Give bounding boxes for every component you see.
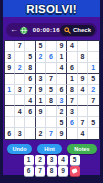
given-digit: 7 xyxy=(70,97,74,104)
cell-r8c8[interactable]: 7 xyxy=(78,117,88,128)
cell-r3c3[interactable]: 8 xyxy=(25,63,35,74)
cell-r9c7[interactable] xyxy=(67,128,77,139)
magnifier-icon xyxy=(64,27,71,34)
cell-r8c5[interactable] xyxy=(46,117,56,128)
action-buttons: Undo Hint Notes xyxy=(3,144,100,154)
given-digit: 3 xyxy=(7,53,11,60)
cell-r9c8[interactable]: 4 xyxy=(78,128,88,139)
given-digit: 4 xyxy=(70,42,74,49)
cell-r7c9[interactable] xyxy=(88,106,98,117)
given-digit: 9 xyxy=(80,75,84,82)
given-digit: 6 xyxy=(59,86,63,93)
cell-r1c9[interactable] xyxy=(88,41,98,52)
given-digit: 1 xyxy=(59,53,63,60)
user-digit: 2 xyxy=(91,86,95,93)
user-digit: 7 xyxy=(49,130,53,137)
given-digit: 1 xyxy=(70,75,74,82)
cell-r8c3[interactable] xyxy=(25,117,35,128)
key-8[interactable]: 8 xyxy=(47,166,57,176)
given-digit: 8 xyxy=(80,53,84,60)
given-digit: 5 xyxy=(59,119,63,126)
notes-button[interactable]: Notes xyxy=(67,144,97,154)
given-digit: 9 xyxy=(39,86,43,93)
cell-r7c3[interactable]: 6 xyxy=(25,106,35,117)
cell-r4c2[interactable] xyxy=(15,74,25,85)
check-button[interactable]: Check xyxy=(60,25,95,36)
cell-r8c7[interactable]: 6 xyxy=(67,117,77,128)
cell-r9c1[interactable]: 6 xyxy=(5,128,15,139)
cell-r6c7[interactable]: 7 xyxy=(67,95,77,106)
cell-r7c4[interactable]: 9 xyxy=(36,106,46,117)
cell-r4c7[interactable]: 1 xyxy=(67,74,77,85)
hint-button[interactable]: Hint xyxy=(37,144,62,154)
cell-r5c7[interactable]: 8 xyxy=(67,85,77,96)
cell-r3c9[interactable]: 1 xyxy=(88,63,98,74)
given-digit: 5 xyxy=(39,42,43,49)
cell-r1c5[interactable] xyxy=(46,41,56,52)
cell-r9c5[interactable]: 7 xyxy=(46,128,56,139)
cell-r6c2[interactable] xyxy=(15,95,25,106)
cell-r3c6[interactable]: 4 xyxy=(57,63,67,74)
cell-r3c7[interactable]: 6 xyxy=(67,63,77,74)
cell-r1c4[interactable]: 5 xyxy=(36,41,46,52)
given-digit: 9 xyxy=(7,64,11,71)
cell-r7c5[interactable] xyxy=(46,106,56,117)
cell-r6c8[interactable] xyxy=(78,95,88,106)
app-screen: RISOLVI! ← 00:00:16 Check 75943526189284… xyxy=(0,0,103,183)
given-digit: 8 xyxy=(28,64,32,71)
cell-r1c1[interactable] xyxy=(5,41,15,52)
cell-r4c6[interactable] xyxy=(57,74,67,85)
header-bar: ← 00:00:16 Check xyxy=(6,23,97,37)
cell-r1c2[interactable]: 7 xyxy=(15,41,25,52)
given-digit: 6 xyxy=(28,108,32,115)
given-digit: 9 xyxy=(59,130,63,137)
globe-icon[interactable] xyxy=(20,25,28,36)
cell-r9c9[interactable] xyxy=(88,128,98,139)
cell-r3c2[interactable]: 2 xyxy=(15,63,25,74)
given-digit: 7 xyxy=(80,119,84,126)
cell-r3c4[interactable] xyxy=(36,63,46,74)
user-digit: 3 xyxy=(59,97,63,104)
cell-r2c5[interactable]: 6 xyxy=(46,52,56,63)
cell-r6c5[interactable]: 8 xyxy=(46,95,56,106)
cell-r4c5[interactable]: 7 xyxy=(46,74,56,85)
given-digit: 2 xyxy=(39,130,43,137)
cell-r3c1[interactable]: 9 xyxy=(5,63,15,74)
cell-r2c3[interactable]: 5 xyxy=(25,52,35,63)
note-digit: 1 xyxy=(57,107,59,109)
given-digit: 7 xyxy=(49,75,53,82)
user-digit: 6 xyxy=(70,119,74,126)
cell-r2c7[interactable] xyxy=(67,52,77,63)
given-digit: 6 xyxy=(28,75,32,82)
cell-r1c7[interactable]: 4 xyxy=(67,41,77,52)
given-digit: 5 xyxy=(49,86,53,93)
given-digit: 7 xyxy=(28,86,32,93)
given-digit: 9 xyxy=(59,42,63,49)
cell-r3c8[interactable] xyxy=(78,63,88,74)
key-9[interactable]: 9 xyxy=(58,166,68,176)
cell-r8c6[interactable]: 5 xyxy=(57,117,67,128)
user-digit: 1 xyxy=(91,64,95,71)
cell-r8c9[interactable]: 5 xyxy=(88,117,98,128)
keypad-row-2: 6789 xyxy=(3,166,100,176)
given-digit: 4 xyxy=(80,130,84,137)
eraser-icon xyxy=(72,169,78,174)
cell-r5c4[interactable]: 9 xyxy=(36,85,46,96)
cell-r9c4[interactable]: 2 xyxy=(36,128,46,139)
cell-r5c3[interactable]: 7 xyxy=(25,85,35,96)
cell-r4c4[interactable]: 3 xyxy=(36,74,46,85)
key-2[interactable]: 2 xyxy=(35,155,45,165)
content-area: ← 00:00:16 Check 75943526189284616371951… xyxy=(3,17,100,175)
given-digit: 6 xyxy=(7,130,11,137)
given-digit: 8 xyxy=(70,86,74,93)
key-5[interactable]: 5 xyxy=(70,155,80,165)
back-button[interactable]: ← xyxy=(10,23,18,37)
cell-r8c4[interactable] xyxy=(36,117,46,128)
cell-r4c8[interactable]: 9 xyxy=(78,74,88,85)
given-digit: 9 xyxy=(39,108,43,115)
page-title: RISOLVI! xyxy=(26,3,77,15)
cell-r8c2[interactable] xyxy=(15,117,25,128)
check-button-label: Check xyxy=(73,27,91,33)
key-7[interactable]: 7 xyxy=(35,166,45,176)
given-digit: 4 xyxy=(59,64,63,71)
user-digit: 6 xyxy=(49,53,53,60)
key-6[interactable]: 6 xyxy=(24,166,34,176)
cell-r2c2[interactable] xyxy=(15,52,25,63)
cell-r7c7[interactable]: 3 xyxy=(67,106,77,117)
timer: 00:00:16 xyxy=(33,27,60,33)
cell-r5c9[interactable]: 2 xyxy=(88,85,98,96)
cell-r7c2[interactable]: 4 xyxy=(15,106,25,117)
cell-r8c1[interactable] xyxy=(5,117,15,128)
given-digit: 3 xyxy=(18,130,22,137)
undo-button[interactable]: Undo xyxy=(7,144,32,154)
given-digit: 3 xyxy=(39,75,43,82)
given-digit: 5 xyxy=(28,53,32,60)
cell-r2c9[interactable] xyxy=(88,52,98,63)
user-digit: 1 xyxy=(7,86,11,93)
user-digit: 2 xyxy=(39,53,43,60)
note-digit: 5 xyxy=(60,110,62,112)
given-digit: 1 xyxy=(39,97,43,104)
cell-r5c2[interactable]: 3 xyxy=(15,85,25,96)
cell-r4c1[interactable] xyxy=(5,74,15,85)
key-1[interactable]: 1 xyxy=(24,155,34,165)
given-digit: 5 xyxy=(91,75,95,82)
cell-r5c8[interactable]: 4 xyxy=(78,85,88,96)
given-digit: 5 xyxy=(91,119,95,126)
cell-r1c3[interactable] xyxy=(25,41,35,52)
cell-r6c9[interactable]: 7 xyxy=(88,95,98,106)
cell-r7c6[interactable]: 215 xyxy=(57,106,67,117)
cell-r2c8[interactable]: 8 xyxy=(78,52,88,63)
cell-r6c1[interactable] xyxy=(5,95,15,106)
given-digit: 6 xyxy=(70,64,74,71)
cell-r4c9[interactable]: 5 xyxy=(88,74,98,85)
cell-r1c6[interactable]: 9 xyxy=(57,41,67,52)
cell-r3c5[interactable] xyxy=(46,63,56,74)
cell-r5c6[interactable]: 6 xyxy=(57,85,67,96)
sudoku-board: 7594352618928461637195137956842418377469… xyxy=(4,40,100,140)
cell-r5c5[interactable]: 5 xyxy=(46,85,56,96)
key-4[interactable]: 4 xyxy=(58,155,68,165)
cell-r2c6[interactable]: 1 xyxy=(57,52,67,63)
given-digit: 4 xyxy=(18,108,22,115)
given-digit: 3 xyxy=(70,108,74,115)
cell-r1c8[interactable] xyxy=(78,41,88,52)
cell-r6c4[interactable]: 1 xyxy=(36,95,46,106)
given-digit: 7 xyxy=(18,42,22,49)
given-digit: 4 xyxy=(28,97,32,104)
cell-r5c1[interactable]: 1 xyxy=(5,85,15,96)
given-digit: 3 xyxy=(18,86,22,93)
cell-r9c3[interactable] xyxy=(25,128,35,139)
keypad-row-1: 12345 xyxy=(3,155,100,165)
erase-key[interactable] xyxy=(70,166,80,176)
cell-r7c1[interactable] xyxy=(5,106,15,117)
cell-r2c4[interactable]: 2 xyxy=(36,52,46,63)
key-3[interactable]: 3 xyxy=(47,155,57,165)
user-digit: 2 xyxy=(18,64,22,71)
title-band: RISOLVI! xyxy=(3,0,100,17)
given-digit: 4 xyxy=(80,86,84,93)
given-digit: 8 xyxy=(49,97,53,104)
cell-r4c3[interactable]: 6 xyxy=(25,74,35,85)
cell-r7c8[interactable] xyxy=(78,106,88,117)
given-digit: 7 xyxy=(91,97,95,104)
cell-r9c2[interactable]: 3 xyxy=(15,128,25,139)
cell-r2c1[interactable]: 3 xyxy=(5,52,15,63)
cell-r9c6[interactable]: 9 xyxy=(57,128,67,139)
cell-r6c3[interactable]: 4 xyxy=(25,95,35,106)
